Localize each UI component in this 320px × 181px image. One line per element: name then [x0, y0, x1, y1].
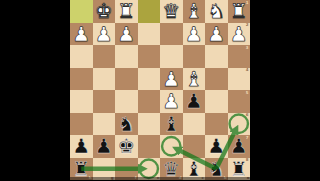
coord-file-b: b [224, 176, 227, 180]
square-a8[interactable]: ♜a8 [228, 158, 251, 181]
square-b7[interactable]: ♟ [205, 135, 228, 158]
square-f8[interactable]: f [115, 158, 138, 181]
piece-black-king[interactable]: ♚ [115, 135, 138, 158]
piece-black-pawn[interactable]: ♟ [93, 135, 116, 158]
square-c7[interactable] [183, 135, 206, 158]
piece-white-knight[interactable]: ♞ [205, 0, 228, 23]
square-d3[interactable] [160, 45, 183, 68]
square-f1[interactable]: ♜ [115, 0, 138, 23]
square-h2[interactable]: ♟ [70, 23, 93, 46]
coord-file-e: e [156, 176, 159, 180]
square-b5[interactable] [205, 90, 228, 113]
square-d1[interactable]: ♛ [160, 0, 183, 23]
square-b3[interactable] [205, 45, 228, 68]
piece-white-rook[interactable]: ♜ [115, 0, 138, 23]
coord-file-f: f [135, 176, 137, 180]
piece-white-pawn[interactable]: ♟ [160, 90, 183, 113]
square-a7[interactable]: ♟7 [228, 135, 251, 158]
piece-white-king[interactable]: ♚ [93, 0, 116, 23]
square-b4[interactable] [205, 68, 228, 91]
square-f6[interactable]: ♞ [115, 113, 138, 136]
piece-black-bishop[interactable]: ♝ [160, 113, 183, 136]
square-e1[interactable] [138, 0, 161, 23]
square-f5[interactable] [115, 90, 138, 113]
piece-white-pawn[interactable]: ♟ [70, 23, 93, 46]
square-g5[interactable] [93, 90, 116, 113]
square-d6[interactable]: ♝ [160, 113, 183, 136]
square-f4[interactable] [115, 68, 138, 91]
square-g6[interactable] [93, 113, 116, 136]
square-e4[interactable] [138, 68, 161, 91]
piece-white-pawn[interactable]: ♟ [183, 23, 206, 46]
square-d7[interactable] [160, 135, 183, 158]
square-e6[interactable] [138, 113, 161, 136]
coord-rank-1: 1 [246, 1, 249, 5]
square-a4[interactable]: 4 [228, 68, 251, 91]
square-h3[interactable] [70, 45, 93, 68]
square-a1[interactable]: ♜1 [228, 0, 251, 23]
coord-file-a: a [246, 176, 249, 180]
coord-file-c: c [202, 176, 204, 180]
square-a2[interactable]: ♟2 [228, 23, 251, 46]
square-c8[interactable]: ♝c [183, 158, 206, 181]
square-g4[interactable] [93, 68, 116, 91]
chess-board[interactable]: ♚♜♛♝♞♜1♟♟♟♟♟♟23♟♝4♟♟5♞♝6♟♟♚♟♟7♜hgfe♛d♝c♞… [70, 0, 250, 180]
square-d2[interactable] [160, 23, 183, 46]
video-frame: ♚♜♛♝♞♜1♟♟♟♟♟♟23♟♝4♟♟5♞♝6♟♟♚♟♟7♜hgfe♛d♝c♞… [0, 0, 320, 180]
piece-black-pawn[interactable]: ♟ [205, 135, 228, 158]
piece-white-pawn[interactable]: ♟ [205, 23, 228, 46]
square-c4[interactable]: ♝ [183, 68, 206, 91]
square-c2[interactable]: ♟ [183, 23, 206, 46]
square-c5[interactable]: ♟ [183, 90, 206, 113]
square-h7[interactable]: ♟ [70, 135, 93, 158]
square-a6[interactable]: 6 [228, 113, 251, 136]
square-c1[interactable]: ♝ [183, 0, 206, 23]
square-b2[interactable]: ♟ [205, 23, 228, 46]
square-e3[interactable] [138, 45, 161, 68]
square-g3[interactable] [93, 45, 116, 68]
square-g8[interactable]: g [93, 158, 116, 181]
square-h5[interactable] [70, 90, 93, 113]
square-h6[interactable] [70, 113, 93, 136]
square-d8[interactable]: ♛d [160, 158, 183, 181]
square-e2[interactable] [138, 23, 161, 46]
piece-black-pawn[interactable]: ♟ [183, 90, 206, 113]
piece-white-bishop[interactable]: ♝ [183, 0, 206, 23]
piece-black-pawn[interactable]: ♟ [70, 135, 93, 158]
coord-rank-4: 4 [246, 68, 249, 72]
square-h8[interactable]: ♜h [70, 158, 93, 181]
piece-white-pawn[interactable]: ♟ [93, 23, 116, 46]
square-e5[interactable] [138, 90, 161, 113]
square-f7[interactable]: ♚ [115, 135, 138, 158]
coord-rank-6: 6 [246, 113, 249, 117]
piece-white-bishop[interactable]: ♝ [183, 68, 206, 91]
coord-file-d: d [179, 176, 182, 180]
square-e7[interactable] [138, 135, 161, 158]
square-e8[interactable]: e [138, 158, 161, 181]
coord-rank-5: 5 [246, 91, 249, 95]
square-f2[interactable]: ♟ [115, 23, 138, 46]
letterbox-left [0, 0, 70, 180]
coord-rank-3: 3 [246, 46, 249, 50]
square-b6[interactable] [205, 113, 228, 136]
square-a5[interactable]: 5 [228, 90, 251, 113]
square-c6[interactable] [183, 113, 206, 136]
coord-file-h: h [89, 176, 92, 180]
square-h1[interactable] [70, 0, 93, 23]
piece-white-pawn[interactable]: ♟ [160, 68, 183, 91]
square-c3[interactable] [183, 45, 206, 68]
letterbox-right [250, 0, 320, 180]
square-d4[interactable]: ♟ [160, 68, 183, 91]
square-g2[interactable]: ♟ [93, 23, 116, 46]
square-b8[interactable]: ♞b [205, 158, 228, 181]
piece-black-knight[interactable]: ♞ [115, 113, 138, 136]
square-b1[interactable]: ♞ [205, 0, 228, 23]
square-a3[interactable]: 3 [228, 45, 251, 68]
square-f3[interactable] [115, 45, 138, 68]
square-g7[interactable]: ♟ [93, 135, 116, 158]
square-d5[interactable]: ♟ [160, 90, 183, 113]
square-h4[interactable] [70, 68, 93, 91]
coord-file-g: g [111, 176, 114, 180]
coord-rank-8: 8 [246, 158, 249, 162]
piece-white-queen[interactable]: ♛ [160, 0, 183, 23]
piece-white-pawn[interactable]: ♟ [115, 23, 138, 46]
square-g1[interactable]: ♚ [93, 0, 116, 23]
